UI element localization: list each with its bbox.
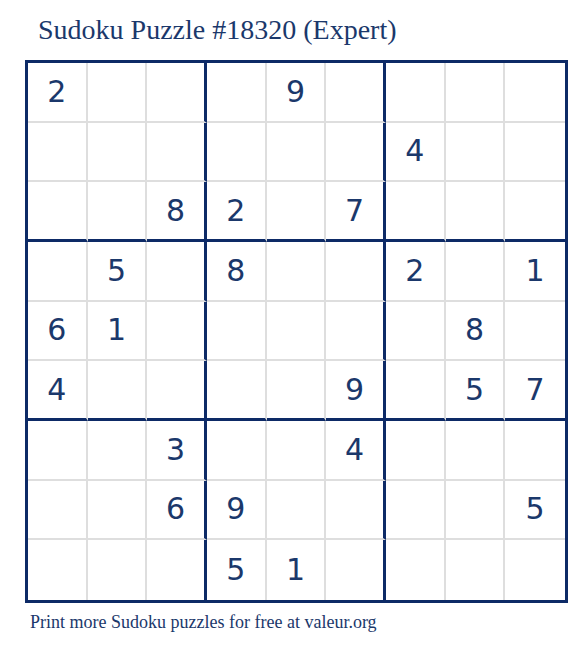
- cell-r8c8[interactable]: [446, 481, 506, 541]
- cell-r5c7[interactable]: [386, 302, 446, 362]
- cell-r5c6[interactable]: [326, 302, 386, 362]
- cell-r3c4[interactable]: 2: [207, 182, 267, 242]
- cell-r7c4[interactable]: [207, 421, 267, 481]
- cell-r7c7[interactable]: [386, 421, 446, 481]
- cell-r9c8[interactable]: [446, 540, 506, 600]
- cell-r3c1[interactable]: [28, 182, 88, 242]
- cell-r1c7[interactable]: [386, 63, 446, 123]
- cell-r2c8[interactable]: [446, 123, 506, 183]
- cell-r6c7[interactable]: [386, 361, 446, 421]
- cell-r8c7[interactable]: [386, 481, 446, 541]
- cell-r2c4[interactable]: [207, 123, 267, 183]
- cell-r3c9[interactable]: [505, 182, 565, 242]
- cell-r9c4[interactable]: 5: [207, 540, 267, 600]
- cell-r5c9[interactable]: [505, 302, 565, 362]
- cell-r1c1[interactable]: 2: [28, 63, 88, 123]
- cell-r9c1[interactable]: [28, 540, 88, 600]
- cell-r8c4[interactable]: 9: [207, 481, 267, 541]
- cell-r7c3[interactable]: 3: [147, 421, 207, 481]
- cell-r2c3[interactable]: [147, 123, 207, 183]
- cell-r3c3[interactable]: 8: [147, 182, 207, 242]
- cell-r4c5[interactable]: [267, 242, 327, 302]
- cell-r7c5[interactable]: [267, 421, 327, 481]
- cell-r4c2[interactable]: 5: [88, 242, 148, 302]
- sudoku-page: Sudoku Puzzle #18320 (Expert) 2948275821…: [0, 0, 580, 651]
- cell-r2c1[interactable]: [28, 123, 88, 183]
- cell-r7c8[interactable]: [446, 421, 506, 481]
- cell-r1c8[interactable]: [446, 63, 506, 123]
- cell-r5c1[interactable]: 6: [28, 302, 88, 362]
- footer-text: Print more Sudoku puzzles for free at va…: [30, 612, 377, 633]
- cell-r2c6[interactable]: [326, 123, 386, 183]
- cell-r4c1[interactable]: [28, 242, 88, 302]
- cell-r7c6[interactable]: 4: [326, 421, 386, 481]
- cell-r5c4[interactable]: [207, 302, 267, 362]
- cell-r6c2[interactable]: [88, 361, 148, 421]
- cell-r4c4[interactable]: 8: [207, 242, 267, 302]
- cell-r2c2[interactable]: [88, 123, 148, 183]
- cell-r2c9[interactable]: [505, 123, 565, 183]
- cell-r3c8[interactable]: [446, 182, 506, 242]
- cell-r9c9[interactable]: [505, 540, 565, 600]
- sudoku-board: 294827582161849573469551: [25, 60, 568, 603]
- cell-r8c3[interactable]: 6: [147, 481, 207, 541]
- cell-r8c2[interactable]: [88, 481, 148, 541]
- cell-r6c6[interactable]: 9: [326, 361, 386, 421]
- cell-r8c1[interactable]: [28, 481, 88, 541]
- cell-r1c6[interactable]: [326, 63, 386, 123]
- cell-r5c5[interactable]: [267, 302, 327, 362]
- cell-r8c6[interactable]: [326, 481, 386, 541]
- cell-r9c6[interactable]: [326, 540, 386, 600]
- cell-r6c1[interactable]: 4: [28, 361, 88, 421]
- cell-r8c9[interactable]: 5: [505, 481, 565, 541]
- cell-r7c9[interactable]: [505, 421, 565, 481]
- cell-r3c6[interactable]: 7: [326, 182, 386, 242]
- cell-r3c2[interactable]: [88, 182, 148, 242]
- cell-r4c3[interactable]: [147, 242, 207, 302]
- cell-r1c4[interactable]: [207, 63, 267, 123]
- cell-r3c7[interactable]: [386, 182, 446, 242]
- cell-r5c2[interactable]: 1: [88, 302, 148, 362]
- cell-r6c9[interactable]: 7: [505, 361, 565, 421]
- cell-r4c7[interactable]: 2: [386, 242, 446, 302]
- cell-r3c5[interactable]: [267, 182, 327, 242]
- cell-r9c5[interactable]: 1: [267, 540, 327, 600]
- cell-r5c8[interactable]: 8: [446, 302, 506, 362]
- cell-r1c9[interactable]: [505, 63, 565, 123]
- cell-r9c7[interactable]: [386, 540, 446, 600]
- cell-r1c5[interactable]: 9: [267, 63, 327, 123]
- cell-r7c2[interactable]: [88, 421, 148, 481]
- cell-r4c9[interactable]: 1: [505, 242, 565, 302]
- cell-r6c3[interactable]: [147, 361, 207, 421]
- cell-r4c6[interactable]: [326, 242, 386, 302]
- cell-r5c3[interactable]: [147, 302, 207, 362]
- cell-r2c5[interactable]: [267, 123, 327, 183]
- cell-r6c4[interactable]: [207, 361, 267, 421]
- cell-r1c3[interactable]: [147, 63, 207, 123]
- page-title: Sudoku Puzzle #18320 (Expert): [38, 14, 397, 46]
- cell-r9c3[interactable]: [147, 540, 207, 600]
- cell-r9c2[interactable]: [88, 540, 148, 600]
- cell-r8c5[interactable]: [267, 481, 327, 541]
- cell-r7c1[interactable]: [28, 421, 88, 481]
- cell-r1c2[interactable]: [88, 63, 148, 123]
- cell-r2c7[interactable]: 4: [386, 123, 446, 183]
- cell-r6c5[interactable]: [267, 361, 327, 421]
- cell-r6c8[interactable]: 5: [446, 361, 506, 421]
- cell-r4c8[interactable]: [446, 242, 506, 302]
